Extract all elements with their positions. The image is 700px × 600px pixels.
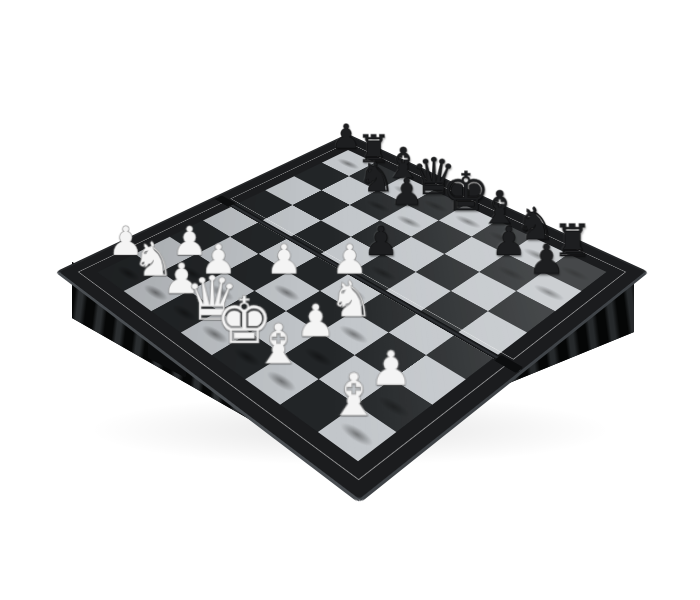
product-photo: ♟♜♝♛♚♝♞♜♞♟♟♟♟♟♟♞♟♟♟♟♟♞♟♛♚♝♝ <box>0 0 700 600</box>
white-bishop-f1: ♝ <box>241 305 315 382</box>
chess-board: ♟♜♝♛♚♝♞♜♞♟♟♟♟♟♟♞♟♟♟♟♟♞♟♛♚♝♝ <box>55 134 649 504</box>
white-bishop-h1: ♝ <box>314 353 393 435</box>
scene: ♟♜♝♛♚♝♞♜♞♟♟♟♟♟♟♞♟♟♟♟♟♞♟♛♚♝♝ <box>0 0 700 600</box>
black-pawn-h7: ♟ <box>513 225 579 293</box>
square-f1: ♝ <box>245 355 319 405</box>
square-h1: ♝ <box>318 405 396 461</box>
hinge-pin-right <box>494 355 524 374</box>
board-squares: ♟♜♝♛♚♝♞♜♞♟♟♟♟♟♟♞♟♟♟♟♟♞♟♛♚♝♝ <box>97 150 606 461</box>
